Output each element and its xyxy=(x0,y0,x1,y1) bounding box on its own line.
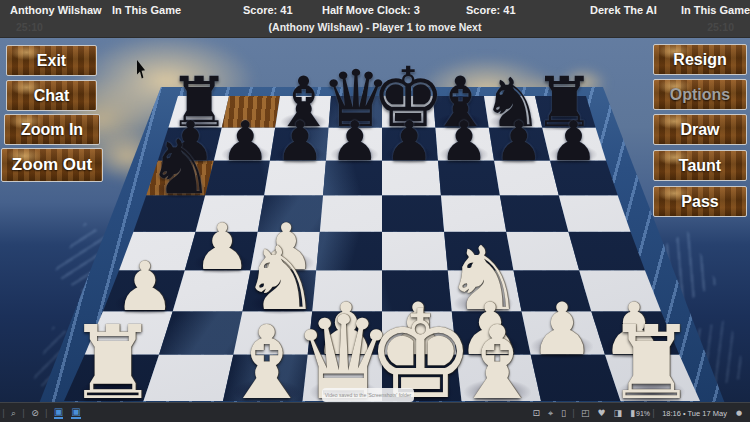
zoom-in-button[interactable]: Zoom In xyxy=(4,114,100,145)
wifi-icon[interactable]: ♥ xyxy=(598,409,606,418)
save-notification-tooltip: Video saved to the 'Screenshots' folder xyxy=(322,388,414,402)
record-icon[interactable]: ⊘ xyxy=(31,409,39,418)
player1-status: In This Game xyxy=(112,4,181,16)
half-move-clock: Half Move Clock: 3 xyxy=(322,4,420,16)
notification-bell-icon[interactable]: ● xyxy=(736,410,742,417)
player2-status: In This Game xyxy=(681,4,750,16)
draw-button[interactable]: Draw xyxy=(653,114,747,145)
player2-name: Derek The AI xyxy=(590,4,657,16)
zoom-out-button[interactable]: Zoom Out xyxy=(1,148,103,182)
phone-icon[interactable]: ▯ xyxy=(561,409,566,418)
player1-clock: 25:10 xyxy=(16,21,43,33)
player2-clock: 25:10 xyxy=(707,21,734,33)
piece-white-rook-h1[interactable]: ♜ xyxy=(591,313,711,415)
resign-button[interactable]: Resign xyxy=(653,44,747,75)
piece-white-bishop-f1[interactable]: ♝ xyxy=(437,313,557,415)
player1-score: Score: 41 xyxy=(243,4,293,16)
player1-name: Anthony Wilshaw xyxy=(10,4,102,16)
exit-button[interactable]: Exit xyxy=(6,45,97,76)
turn-status: (Anthony Wilshaw) - Player 1 to move Nex… xyxy=(269,21,482,33)
audio-icon[interactable]: ◨ xyxy=(614,409,623,418)
pass-button[interactable]: Pass xyxy=(653,186,747,217)
game-window: ♜♝♛♚♝♞♜♟♟♟♟♟♟♟♟♞♟♟♟♞♞♟♟♟♟♟♜♝♛♚♝♜ Anthony… xyxy=(0,0,750,422)
crop-icon[interactable]: ⌖ xyxy=(548,409,553,418)
piece-white-rook-a1[interactable]: ♜ xyxy=(53,313,173,415)
options-button[interactable]: Options xyxy=(653,79,747,110)
app-window-icon-1[interactable]: ▣ xyxy=(54,407,63,419)
player2-score: Score: 41 xyxy=(466,4,516,16)
taskbar[interactable]: | ⌕ | ⊘ | ▣ ▣ ⊡ ⌖ ▯ | ◰ ♥ ◨ ▮ 91% | 18:1… xyxy=(0,402,750,422)
display-icon[interactable]: ◰ xyxy=(581,409,590,418)
app-window-icon-2[interactable]: ▣ xyxy=(71,407,80,419)
search-icon[interactable]: ⌕ xyxy=(11,409,16,418)
taunt-button[interactable]: Taunt xyxy=(653,150,747,181)
chat-button[interactable]: Chat xyxy=(6,80,97,111)
lock-icon[interactable]: ⊡ xyxy=(532,409,540,418)
battery-level: 91% xyxy=(636,410,650,417)
taskbar-clock[interactable]: 18:16 • Tue 17 May xyxy=(662,409,727,418)
top-hud: Anthony Wilshaw In This Game Score: 41 H… xyxy=(0,0,750,38)
piece-black-knight-a6[interactable]: ♞ xyxy=(121,131,241,206)
battery-icon[interactable]: ▮ xyxy=(630,409,635,418)
piece-black-pawn-h7[interactable]: ♟ xyxy=(513,114,633,169)
